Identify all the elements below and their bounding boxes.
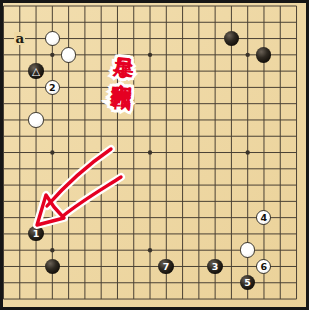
annotation-text-fill: 足早な実利先行作戦: [110, 40, 139, 75]
go-board-diagram: △2173465a 足早な実利先行作戦 足早な実利先行作戦: [0, 0, 309, 310]
go-board[interactable]: △2173465a 足早な実利先行作戦 足早な実利先行作戦: [0, 0, 309, 310]
annotation-arrow-icon: [3, 3, 306, 307]
